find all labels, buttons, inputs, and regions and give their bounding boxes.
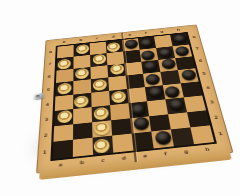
coordinate-label: 8 [49,51,52,54]
dark-checker[interactable] [130,103,147,117]
coordinate-label: f [164,152,167,157]
light-checker[interactable] [76,44,89,55]
square-c1[interactable] [93,136,114,155]
coordinate-label: 7 [195,47,199,50]
dark-checker[interactable] [161,58,177,70]
coordinate-label: a [63,40,66,43]
coordinate-label: 4 [206,86,210,90]
dark-checker[interactable] [154,130,173,145]
coordinate-label: 7 [48,62,51,65]
dark-checker[interactable] [145,73,161,85]
light-checker[interactable] [111,90,127,103]
square-a1[interactable] [53,140,73,159]
coordinate-label: b [80,160,84,165]
coordinate-label: 2 [44,133,48,137]
product-photo: abcdefgh abcdefgh 87654321 87654321 [0,0,240,196]
light-checker[interactable] [110,64,125,76]
coordinate-label: f [145,32,147,35]
dark-checker[interactable] [173,34,189,45]
light-checker[interactable] [74,95,89,108]
light-checker[interactable] [92,54,106,65]
dark-checker[interactable] [140,38,155,49]
light-checker[interactable] [93,138,110,154]
dark-checker[interactable] [124,39,138,50]
dark-checker[interactable] [164,86,181,99]
coordinate-label: c [101,158,105,163]
coordinate-label: 1 [43,150,47,155]
square-b1[interactable] [73,138,93,157]
coordinate-label: b [79,39,82,42]
folding-wooden-board: abcdefgh abcdefgh 87654321 87654321 [36,24,233,173]
light-checker[interactable] [75,68,89,80]
coordinate-label: 3 [45,118,49,122]
coordinate-label: 5 [47,88,51,92]
coordinate-label: d [122,156,126,161]
light-checker[interactable] [57,109,73,123]
coordinate-label: 4 [46,103,50,107]
coordinate-label: d [112,35,115,38]
coordinate-label: h [205,147,210,152]
coordinate-label: 2 [214,116,219,120]
coordinate-label: 6 [47,75,51,79]
dark-checker[interactable] [143,61,159,73]
coordinate-label: 3 [210,100,215,104]
dark-checker[interactable] [158,47,174,58]
board-scene: abcdefgh abcdefgh 87654321 87654321 [36,24,233,173]
light-checker[interactable] [94,122,110,137]
dark-checker[interactable] [148,86,165,99]
light-checker[interactable] [93,106,109,120]
coordinate-label: g [160,30,164,33]
coordinate-label: g [184,149,189,154]
square-h1[interactable] [190,126,214,145]
dark-checker[interactable] [168,98,186,112]
light-checker[interactable] [92,79,107,91]
coordinate-label: a [59,163,63,168]
coordinate-label: c [96,37,99,40]
coordinate-label: 1 [218,132,223,137]
light-checker[interactable] [57,83,72,96]
dark-checker[interactable] [180,69,197,81]
coordinate-label: 6 [199,59,203,62]
metal-latch-icon [33,93,43,100]
coordinate-label: e [143,154,147,159]
dark-checker[interactable] [174,46,190,57]
coordinate-label: 5 [202,72,206,76]
coordinate-label: 8 [192,35,196,38]
coordinate-label: h [177,28,181,31]
square-d1[interactable] [112,134,133,153]
coordinate-label: e [128,33,131,36]
dark-checker[interactable] [133,117,150,132]
